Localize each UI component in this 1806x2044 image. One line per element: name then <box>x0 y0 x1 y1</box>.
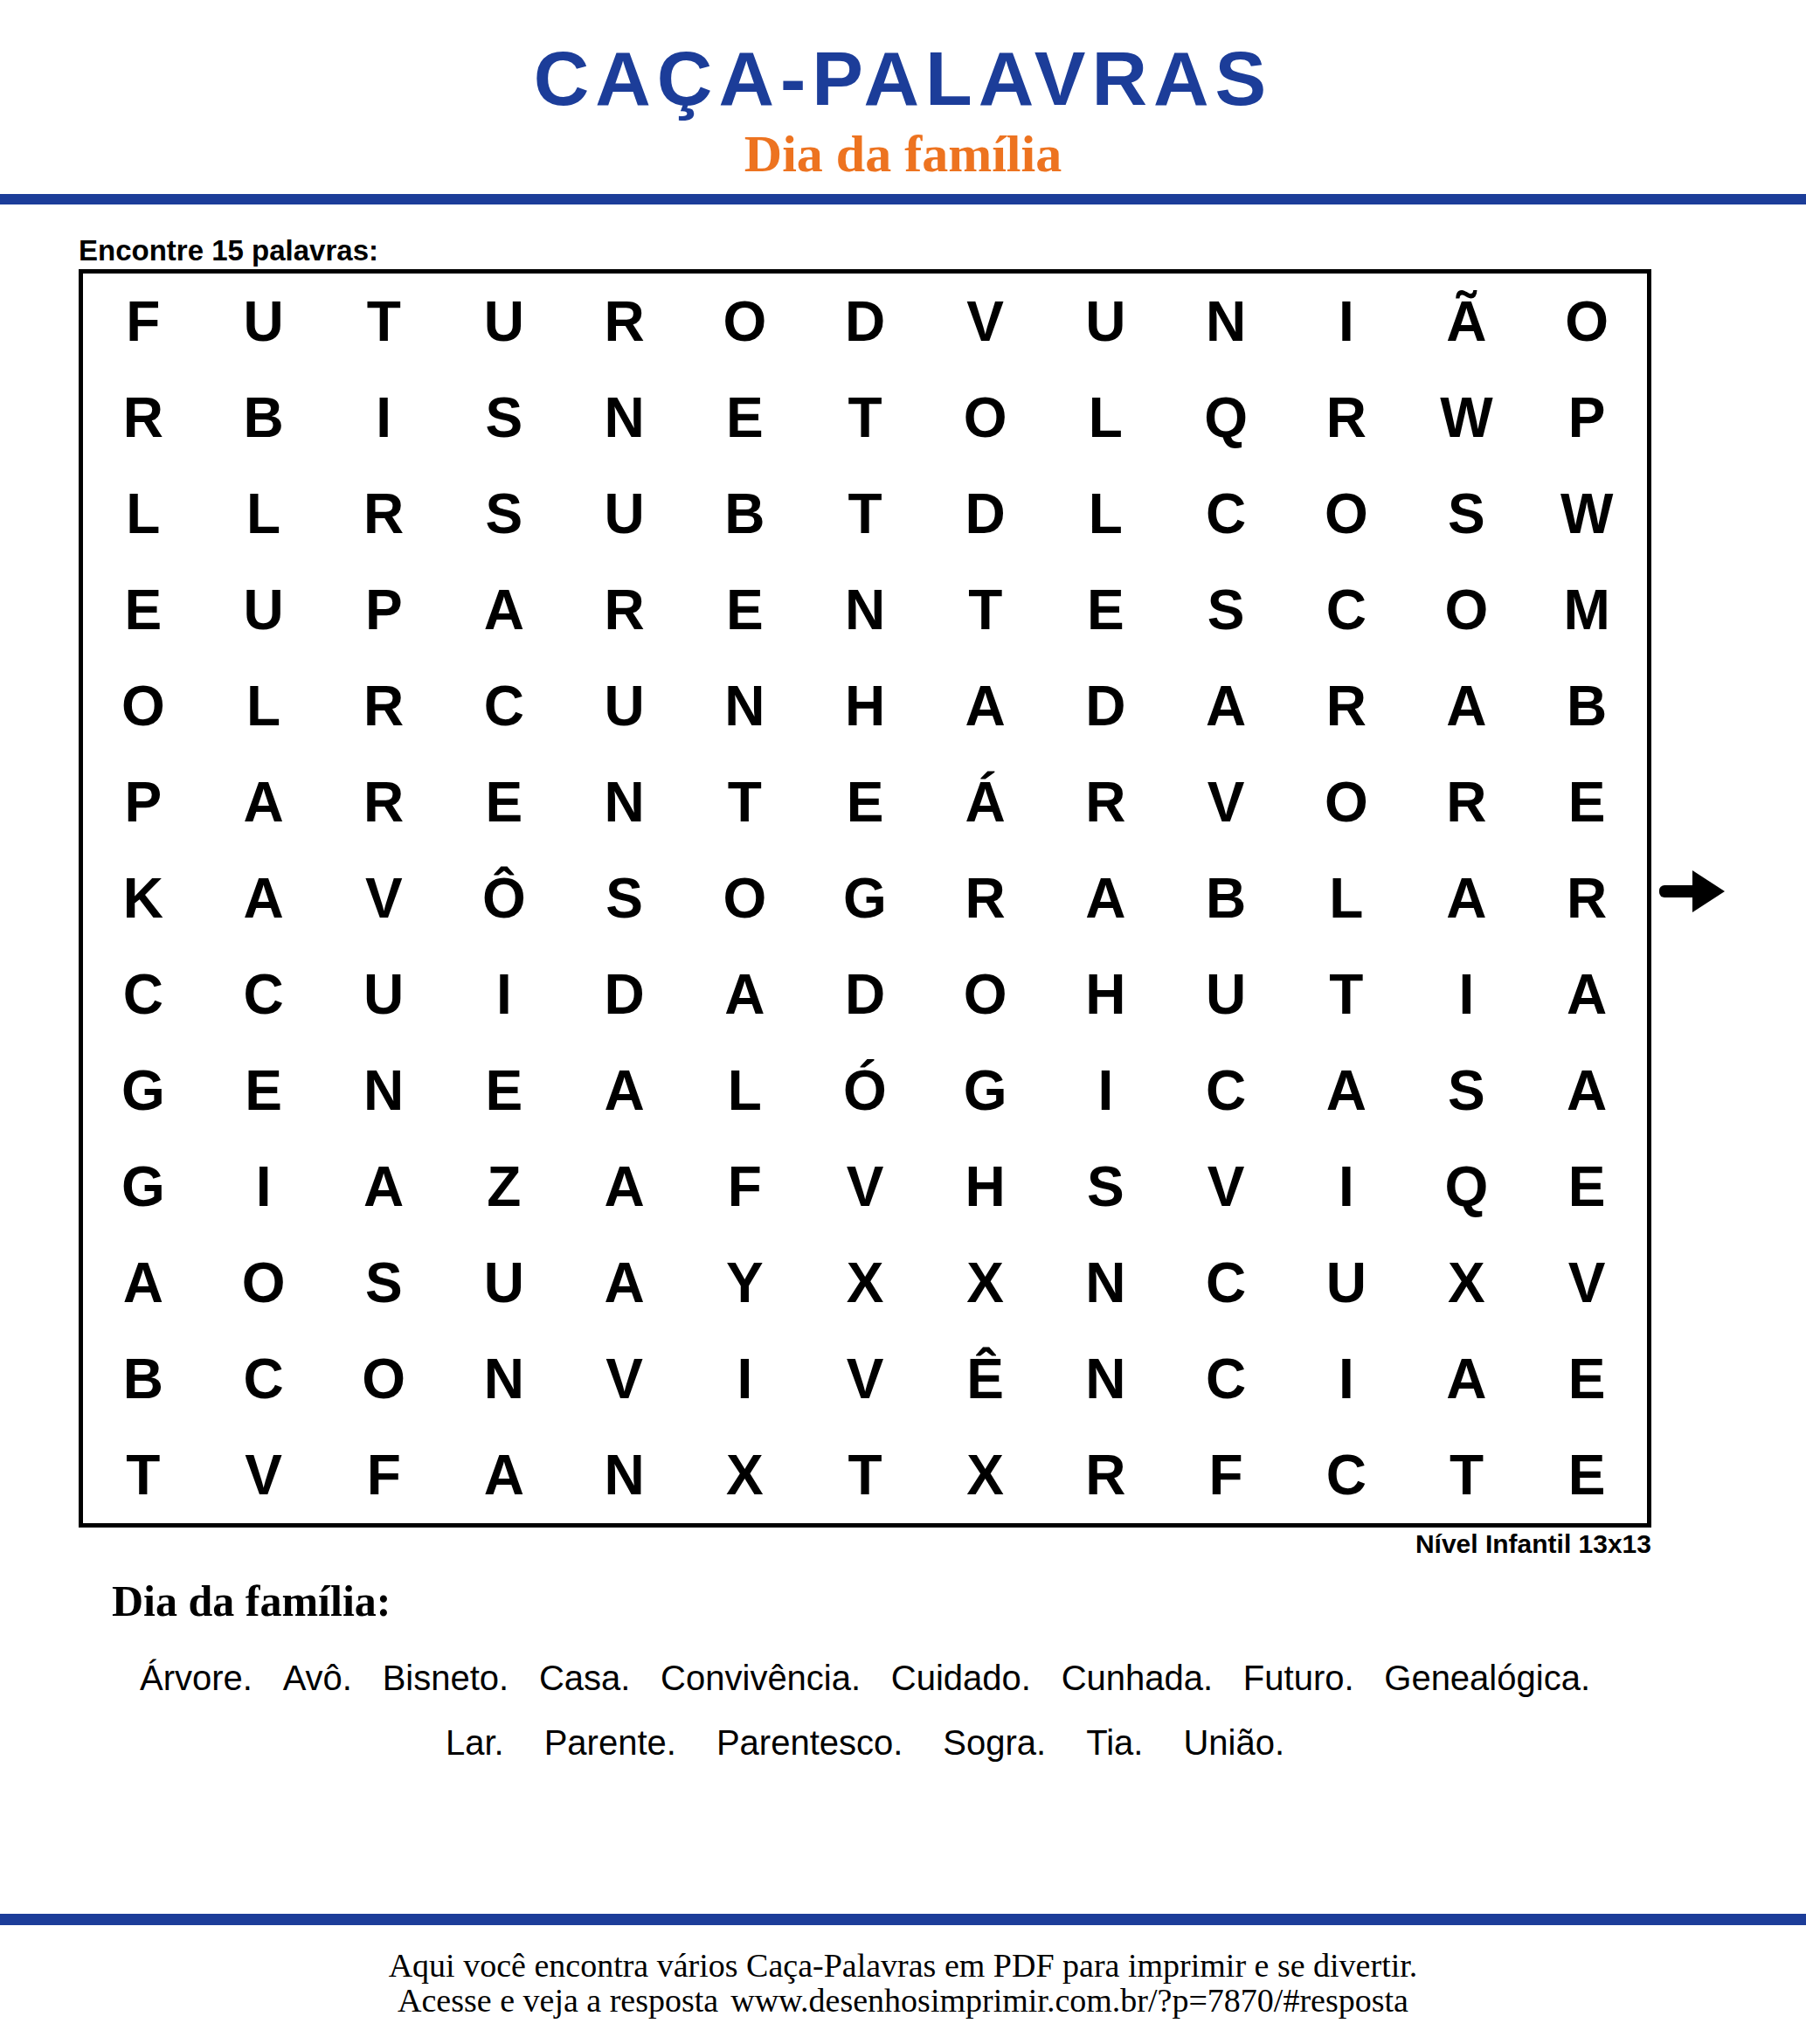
grid-cell[interactable]: S <box>1046 1139 1166 1235</box>
grid-cell[interactable]: V <box>805 1331 925 1427</box>
grid-cell[interactable]: C <box>1166 1331 1286 1427</box>
grid-cell[interactable]: K <box>83 850 204 946</box>
footer-text-line-1: Aqui você encontra vários Caça-Palavras … <box>0 1949 1806 1982</box>
grid-cell[interactable]: B <box>83 1331 204 1427</box>
grid-cell[interactable]: R <box>1046 754 1166 850</box>
grid-cell[interactable]: D <box>805 946 925 1043</box>
grid-cell[interactable]: A <box>684 946 805 1043</box>
grid-cell[interactable]: U <box>1166 946 1286 1043</box>
grid-cell[interactable]: U <box>444 274 564 370</box>
grid-cell[interactable]: A <box>564 1139 685 1235</box>
grid-cell[interactable]: N <box>1166 274 1286 370</box>
grid-cell[interactable]: H <box>1046 946 1166 1043</box>
grid-cell[interactable]: G <box>83 1139 204 1235</box>
grid-cell[interactable]: I <box>1407 946 1527 1043</box>
grid-cell[interactable]: U <box>444 1235 564 1331</box>
grid-cell[interactable]: D <box>925 466 1046 562</box>
grid-cell[interactable]: O <box>83 658 204 754</box>
word-item: Avô. <box>283 1659 352 1697</box>
grid-cell[interactable]: N <box>564 370 685 466</box>
grid-cell[interactable]: L <box>1286 850 1407 946</box>
grid-cell[interactable]: V <box>805 1139 925 1235</box>
grid-cell[interactable]: R <box>564 562 685 658</box>
grid-cell[interactable]: B <box>1166 850 1286 946</box>
grid-cell[interactable]: X <box>925 1427 1046 1523</box>
grid-cell[interactable]: D <box>805 274 925 370</box>
grid-cell[interactable]: T <box>323 274 444 370</box>
grid-cell[interactable]: B <box>204 370 324 466</box>
grid-cell[interactable]: Ê <box>925 1331 1046 1427</box>
grid-cell[interactable]: O <box>1286 754 1407 850</box>
grid-cell[interactable]: S <box>444 466 564 562</box>
grid-cell[interactable]: U <box>204 274 324 370</box>
word-item: União. <box>1183 1723 1284 1762</box>
grid-cell[interactable]: R <box>1286 370 1407 466</box>
grid-cell[interactable]: F <box>684 1139 805 1235</box>
grid-cell[interactable]: I <box>684 1331 805 1427</box>
grid-cell[interactable]: E <box>83 562 204 658</box>
word-item: Futuro. <box>1243 1659 1354 1697</box>
grid-cell[interactable]: T <box>925 562 1046 658</box>
grid-cell[interactable]: X <box>1407 1235 1527 1331</box>
grid-cell[interactable]: Ã <box>1407 274 1527 370</box>
grid-cell[interactable]: L <box>1046 370 1166 466</box>
grid-cell[interactable]: A <box>1407 658 1527 754</box>
word-item: Parente. <box>544 1723 676 1762</box>
grid-cell[interactable]: A <box>564 1043 685 1139</box>
word-item: Cuidado. <box>891 1659 1031 1697</box>
word-item: Casa. <box>539 1659 631 1697</box>
grid-cell[interactable]: X <box>925 1235 1046 1331</box>
grid-cell[interactable]: S <box>1166 562 1286 658</box>
grid-cell[interactable]: R <box>1407 754 1527 850</box>
grid-cell[interactable]: Q <box>1407 1139 1527 1235</box>
grid-cell[interactable]: C <box>1166 466 1286 562</box>
grid-cell[interactable]: Z <box>444 1139 564 1235</box>
grid-cell[interactable]: E <box>684 370 805 466</box>
grid-cell[interactable]: C <box>204 946 324 1043</box>
grid-cell[interactable]: E <box>1046 562 1166 658</box>
grid-cell[interactable]: S <box>564 850 685 946</box>
grid-cell[interactable]: L <box>204 658 324 754</box>
grid-cell[interactable]: V <box>1166 1139 1286 1235</box>
word-item: Tia. <box>1086 1723 1143 1762</box>
grid-cell[interactable]: B <box>1526 658 1647 754</box>
grid-cell[interactable]: Á <box>925 754 1046 850</box>
grid-cell[interactable]: V <box>1166 754 1286 850</box>
word-item: Árvore. <box>140 1659 253 1697</box>
grid-cell[interactable]: E <box>1526 1427 1647 1523</box>
grid-cell[interactable]: H <box>805 658 925 754</box>
grid-cell[interactable]: A <box>1407 1331 1527 1427</box>
grid-cell[interactable]: O <box>684 850 805 946</box>
right-arrow-icon <box>1659 869 1726 914</box>
grid-cell[interactable]: E <box>684 562 805 658</box>
grid-cell[interactable]: A <box>444 562 564 658</box>
grid-cell[interactable]: O <box>323 1331 444 1427</box>
grid-cell[interactable]: R <box>323 658 444 754</box>
answer-url[interactable]: www.desenhosimprimir.com.br/?p=7870/#res… <box>730 1982 1408 2019</box>
grid-cell[interactable]: A <box>925 658 1046 754</box>
grid-cell[interactable]: C <box>1166 1235 1286 1331</box>
word-item: Genealógica. <box>1384 1659 1590 1697</box>
grid-cell[interactable]: E <box>1526 1331 1647 1427</box>
worksheet-page: CAÇA-PALAVRAS Dia da família Encontre 15… <box>0 0 1806 2044</box>
grid-cell[interactable]: A <box>564 1235 685 1331</box>
grid-cell[interactable]: N <box>805 562 925 658</box>
grid-cell[interactable]: Y <box>684 1235 805 1331</box>
grid-cell[interactable]: L <box>1046 466 1166 562</box>
grid-cell[interactable]: F <box>323 1427 444 1523</box>
grid-cell[interactable]: Q <box>1166 370 1286 466</box>
grid-cell[interactable]: N <box>323 1043 444 1139</box>
grid-cell[interactable]: M <box>1526 562 1647 658</box>
grid-cell[interactable]: W <box>1407 370 1527 466</box>
grid-cell[interactable]: A <box>1526 946 1647 1043</box>
grid-cell[interactable]: A <box>1286 1043 1407 1139</box>
word-list-heading: Dia da família: <box>112 1579 391 1623</box>
grid-cell[interactable]: P <box>83 754 204 850</box>
grid-cell[interactable]: U <box>204 562 324 658</box>
instruction-label: Encontre 15 palavras: <box>79 236 378 265</box>
grid-cell[interactable]: L <box>684 1043 805 1139</box>
grid-cell[interactable]: A <box>1166 658 1286 754</box>
grid-cell[interactable]: H <box>925 1139 1046 1235</box>
grid-cell[interactable]: V <box>925 274 1046 370</box>
grid-cell[interactable]: V <box>204 1427 324 1523</box>
word-item: Lar. <box>446 1723 504 1762</box>
grid-cell[interactable]: O <box>684 274 805 370</box>
grid-cell[interactable]: R <box>1046 1427 1166 1523</box>
grid-cell[interactable]: A <box>204 850 324 946</box>
grid-cell[interactable]: C <box>1166 1043 1286 1139</box>
footer-text-line-2: Acesse e veja a respostawww.desenhosimpr… <box>0 1984 1806 2017</box>
grid-cell[interactable]: P <box>1526 370 1647 466</box>
word-list-line-1: Árvore.Avô.Bisneto.Casa.Convivência.Cuid… <box>79 1659 1651 1697</box>
grid-cell[interactable]: P <box>323 562 444 658</box>
grid-cell[interactable]: O <box>204 1235 324 1331</box>
page-title: CAÇA-PALAVRAS <box>0 40 1806 117</box>
grid-cell[interactable]: T <box>805 466 925 562</box>
grid-cell[interactable]: I <box>323 370 444 466</box>
grid-cell[interactable]: O <box>1407 562 1527 658</box>
grid-cell[interactable]: I <box>204 1139 324 1235</box>
grid-cell[interactable]: E <box>1526 754 1647 850</box>
grid-cell[interactable]: E <box>444 1043 564 1139</box>
grid-cell[interactable]: U <box>564 658 685 754</box>
grid-cell[interactable]: I <box>1286 274 1407 370</box>
grid-cell[interactable]: S <box>1407 466 1527 562</box>
grid-cell[interactable]: V <box>564 1331 685 1427</box>
grid-cell[interactable]: O <box>925 370 1046 466</box>
word-list-line-2: Lar.Parente.Parentesco.Sogra.Tia.União. <box>79 1723 1651 1762</box>
grid-cell[interactable]: O <box>925 946 1046 1043</box>
top-divider <box>0 194 1806 204</box>
grid-cell[interactable]: S <box>444 370 564 466</box>
grid-cell[interactable]: R <box>564 274 685 370</box>
grid-cell[interactable]: A <box>444 1427 564 1523</box>
grid-cell[interactable]: B <box>684 466 805 562</box>
grid-cell[interactable]: D <box>564 946 685 1043</box>
grid-cell[interactable]: C <box>1286 1427 1407 1523</box>
grid-cell[interactable]: I <box>444 946 564 1043</box>
word-search-board: FUTURODVUNIÃORBISNETOLQRWPLLRSUBTDLCOSWE… <box>79 269 1651 1528</box>
grid-cell[interactable]: V <box>323 850 444 946</box>
grid-cell[interactable]: E <box>204 1043 324 1139</box>
grid-cell[interactable]: T <box>805 1427 925 1523</box>
bottom-divider <box>0 1914 1806 1925</box>
word-item: Convivência. <box>661 1659 861 1697</box>
grid-cell[interactable]: I <box>1286 1139 1407 1235</box>
grid-cell[interactable]: E <box>1526 1139 1647 1235</box>
level-note: Nível Infantil 13x13 <box>79 1531 1651 1557</box>
grid-cell[interactable]: N <box>564 754 685 850</box>
grid-cell[interactable]: R <box>1286 658 1407 754</box>
grid-cell[interactable]: A <box>83 1235 204 1331</box>
grid-cell[interactable]: C <box>444 658 564 754</box>
grid-cell[interactable]: N <box>564 1427 685 1523</box>
grid-cell[interactable]: C <box>1286 562 1407 658</box>
grid-cell[interactable]: A <box>1526 1043 1647 1139</box>
grid-cell[interactable]: R <box>925 850 1046 946</box>
grid-cell[interactable]: X <box>805 1235 925 1331</box>
grid-cell[interactable]: G <box>83 1043 204 1139</box>
grid-cell[interactable]: N <box>444 1331 564 1427</box>
grid-cell[interactable]: N <box>1046 1331 1166 1427</box>
grid-cell[interactable]: F <box>1166 1427 1286 1523</box>
grid-cell[interactable]: I <box>1046 1043 1166 1139</box>
grid-cell[interactable]: R <box>323 754 444 850</box>
grid-cell[interactable]: R <box>1526 850 1647 946</box>
grid-cell[interactable]: G <box>925 1043 1046 1139</box>
grid-cell[interactable]: E <box>444 754 564 850</box>
footer-cta: Acesse e veja a resposta <box>398 1982 718 2019</box>
grid-cell[interactable]: L <box>83 466 204 562</box>
grid-cell[interactable]: F <box>83 274 204 370</box>
grid-cell[interactable]: A <box>1046 850 1166 946</box>
word-item: Cunhada. <box>1062 1659 1213 1697</box>
grid-cell[interactable]: E <box>805 754 925 850</box>
grid-cell[interactable]: I <box>1286 1331 1407 1427</box>
grid-cell[interactable]: Ó <box>805 1043 925 1139</box>
grid-cell[interactable]: U <box>564 466 685 562</box>
grid-cell[interactable]: W <box>1526 466 1647 562</box>
grid-cell[interactable]: U <box>323 946 444 1043</box>
word-item: Sogra. <box>943 1723 1046 1762</box>
grid-cell[interactable]: R <box>323 466 444 562</box>
grid-cell[interactable]: T <box>684 754 805 850</box>
grid-cell[interactable]: N <box>1046 1235 1166 1331</box>
grid-cell[interactable]: C <box>83 946 204 1043</box>
grid-cell[interactable]: V <box>1526 1235 1647 1331</box>
word-item: Parentesco. <box>716 1723 903 1762</box>
word-item: Bisneto. <box>383 1659 509 1697</box>
grid-cell[interactable]: R <box>83 370 204 466</box>
grid-cell[interactable]: T <box>805 370 925 466</box>
grid-cell[interactable]: A <box>204 754 324 850</box>
grid-cell[interactable]: X <box>684 1427 805 1523</box>
grid-cell[interactable]: L <box>204 466 324 562</box>
grid-cell[interactable]: U <box>1046 274 1166 370</box>
grid-cell[interactable]: O <box>1286 466 1407 562</box>
grid-cell[interactable]: U <box>1286 1235 1407 1331</box>
grid-cell[interactable]: T <box>1286 946 1407 1043</box>
grid-cell[interactable]: G <box>805 850 925 946</box>
grid-cell[interactable]: T <box>1407 1427 1527 1523</box>
grid-cell[interactable]: S <box>1407 1043 1527 1139</box>
grid-cell[interactable]: O <box>1526 274 1647 370</box>
grid-cell[interactable]: T <box>83 1427 204 1523</box>
grid-cell[interactable]: A <box>1407 850 1527 946</box>
grid-cell[interactable]: N <box>684 658 805 754</box>
grid-cell[interactable]: D <box>1046 658 1166 754</box>
grid-cell[interactable]: S <box>323 1235 444 1331</box>
grid-cell[interactable]: Ô <box>444 850 564 946</box>
grid-cell[interactable]: C <box>204 1331 324 1427</box>
page-subtitle: Dia da família <box>0 128 1806 180</box>
grid-cell[interactable]: A <box>323 1139 444 1235</box>
